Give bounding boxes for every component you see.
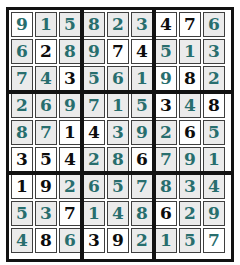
cell-r2c5[interactable]: 7 — [107, 39, 129, 64]
cell-r4c1[interactable]: 2 — [11, 93, 33, 118]
cell-r6c2[interactable]: 5 — [35, 147, 57, 172]
cell-r1c2[interactable]: 1 — [35, 12, 57, 37]
cell-r8c9[interactable]: 9 — [203, 201, 225, 226]
cell-r3c9[interactable]: 2 — [203, 66, 225, 91]
cell-r8c5[interactable]: 4 — [107, 201, 129, 226]
cell-r7c3[interactable]: 2 — [59, 174, 81, 199]
cell-r4c5[interactable]: 1 — [107, 93, 129, 118]
cell-r8c4[interactable]: 1 — [83, 201, 105, 226]
cell-r3c3[interactable]: 3 — [59, 66, 81, 91]
cell-r7c2[interactable]: 9 — [35, 174, 57, 199]
cell-r9c9[interactable]: 7 — [203, 228, 225, 253]
cell-r1c1[interactable]: 9 — [11, 12, 33, 37]
cell-r7c6[interactable]: 7 — [131, 174, 153, 199]
cell-r4c6[interactable]: 5 — [131, 93, 153, 118]
cell-r4c8[interactable]: 4 — [179, 93, 201, 118]
cell-r3c2[interactable]: 4 — [35, 66, 57, 91]
cell-r8c3[interactable]: 7 — [59, 201, 81, 226]
cell-r2c1[interactable]: 6 — [11, 39, 33, 64]
cell-r3c4[interactable]: 5 — [83, 66, 105, 91]
cell-r1c6[interactable]: 3 — [131, 12, 153, 37]
cell-r6c6[interactable]: 6 — [131, 147, 153, 172]
cell-r2c3[interactable]: 8 — [59, 39, 81, 64]
cell-r5c6[interactable]: 9 — [131, 120, 153, 145]
cell-r2c2[interactable]: 2 — [35, 39, 57, 64]
cell-r1c8[interactable]: 7 — [179, 12, 201, 37]
cell-r6c3[interactable]: 4 — [59, 147, 81, 172]
cell-r2c8[interactable]: 1 — [179, 39, 201, 64]
cell-r5c4[interactable]: 4 — [83, 120, 105, 145]
cell-r1c5[interactable]: 2 — [107, 12, 129, 37]
cell-r5c9[interactable]: 5 — [203, 120, 225, 145]
cell-r5c2[interactable]: 7 — [35, 120, 57, 145]
sudoku-board: 9158234766289745137435619822697153488714… — [6, 7, 234, 262]
cell-r4c9[interactable]: 8 — [203, 93, 225, 118]
cell-r1c3[interactable]: 5 — [59, 12, 81, 37]
cell-r7c5[interactable]: 5 — [107, 174, 129, 199]
cell-r9c7[interactable]: 1 — [155, 228, 177, 253]
cell-r9c6[interactable]: 2 — [131, 228, 153, 253]
cell-r6c7[interactable]: 7 — [155, 147, 177, 172]
cell-r5c3[interactable]: 1 — [59, 120, 81, 145]
cell-r8c1[interactable]: 5 — [11, 201, 33, 226]
cell-r9c3[interactable]: 6 — [59, 228, 81, 253]
cell-r4c2[interactable]: 6 — [35, 93, 57, 118]
cell-r5c1[interactable]: 8 — [11, 120, 33, 145]
cell-r3c6[interactable]: 1 — [131, 66, 153, 91]
cell-r8c7[interactable]: 6 — [155, 201, 177, 226]
cell-r8c6[interactable]: 8 — [131, 201, 153, 226]
cell-r2c9[interactable]: 3 — [203, 39, 225, 64]
cell-r9c5[interactable]: 9 — [107, 228, 129, 253]
cell-r9c4[interactable]: 3 — [83, 228, 105, 253]
cell-r6c9[interactable]: 1 — [203, 147, 225, 172]
cell-r1c9[interactable]: 6 — [203, 12, 225, 37]
cell-r6c4[interactable]: 2 — [83, 147, 105, 172]
cell-r4c3[interactable]: 9 — [59, 93, 81, 118]
cell-r1c4[interactable]: 8 — [83, 12, 105, 37]
cell-r4c4[interactable]: 7 — [83, 93, 105, 118]
cell-r8c2[interactable]: 3 — [35, 201, 57, 226]
cell-r7c1[interactable]: 1 — [11, 174, 33, 199]
cell-r9c1[interactable]: 4 — [11, 228, 33, 253]
cell-r9c2[interactable]: 8 — [35, 228, 57, 253]
cell-r5c7[interactable]: 2 — [155, 120, 177, 145]
cell-r5c5[interactable]: 3 — [107, 120, 129, 145]
cell-r1c7[interactable]: 4 — [155, 12, 177, 37]
cell-r6c8[interactable]: 9 — [179, 147, 201, 172]
cell-r7c7[interactable]: 8 — [155, 174, 177, 199]
cell-r7c8[interactable]: 3 — [179, 174, 201, 199]
cell-r4c7[interactable]: 3 — [155, 93, 177, 118]
cell-r2c4[interactable]: 9 — [83, 39, 105, 64]
cell-r7c4[interactable]: 6 — [83, 174, 105, 199]
cell-r2c6[interactable]: 4 — [131, 39, 153, 64]
cell-r3c7[interactable]: 9 — [155, 66, 177, 91]
cell-r3c5[interactable]: 6 — [107, 66, 129, 91]
cell-r5c8[interactable]: 6 — [179, 120, 201, 145]
cell-r6c5[interactable]: 8 — [107, 147, 129, 172]
cell-r8c8[interactable]: 2 — [179, 201, 201, 226]
cell-r3c8[interactable]: 8 — [179, 66, 201, 91]
cell-r2c7[interactable]: 5 — [155, 39, 177, 64]
cell-r7c9[interactable]: 4 — [203, 174, 225, 199]
cell-r6c1[interactable]: 3 — [11, 147, 33, 172]
cell-r3c1[interactable]: 7 — [11, 66, 33, 91]
cell-r9c8[interactable]: 5 — [179, 228, 201, 253]
